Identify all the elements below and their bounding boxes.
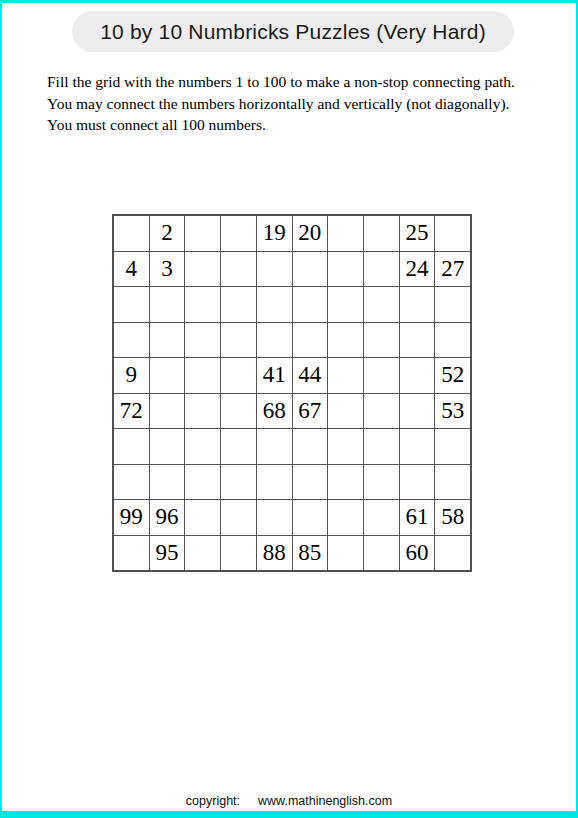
grid-cell-r7c9[interactable] (400, 429, 435, 464)
grid-cell-r8c2[interactable] (150, 465, 185, 500)
grid-cell-r1c2[interactable]: 2 (150, 216, 185, 251)
grid-cell-r10c1[interactable] (114, 536, 149, 571)
footer: copyright:www.mathinenglish.com (2, 794, 576, 808)
grid-cell-r3c4[interactable] (221, 287, 256, 322)
grid-cell-r7c5[interactable] (257, 429, 292, 464)
grid-cell-r3c7[interactable] (328, 287, 363, 322)
grid-cell-r10c8[interactable] (364, 536, 399, 571)
grid-cell-r3c5[interactable] (257, 287, 292, 322)
grid-cell-r9c10[interactable]: 58 (435, 500, 470, 535)
page-title: 10 by 10 Numbricks Puzzles (Very Hard) (100, 20, 486, 44)
grid-cell-r6c5[interactable]: 68 (257, 394, 292, 429)
grid-cell-r1c7[interactable] (328, 216, 363, 251)
grid-cell-r10c9[interactable]: 60 (400, 536, 435, 571)
grid-cell-r9c1[interactable]: 99 (114, 500, 149, 535)
worksheet-page: 10 by 10 Numbricks Puzzles (Very Hard) F… (0, 0, 578, 818)
grid-cell-r4c8[interactable] (364, 323, 399, 358)
grid-cell-r5c6[interactable]: 44 (293, 358, 328, 393)
puzzle-grid: 2192025432427941445272686753999661589588… (112, 214, 472, 572)
grid-cell-r4c5[interactable] (257, 323, 292, 358)
grid-cell-r6c9[interactable] (400, 394, 435, 429)
grid-cell-r9c6[interactable] (293, 500, 328, 535)
grid-cell-r2c3[interactable] (185, 252, 220, 287)
grid-cell-r4c7[interactable] (328, 323, 363, 358)
instruction-line-1: Fill the grid with the numbers 1 to 100 … (47, 71, 515, 93)
grid-cell-r5c7[interactable] (328, 358, 363, 393)
grid-cell-r8c8[interactable] (364, 465, 399, 500)
grid-cell-r6c6[interactable]: 67 (293, 394, 328, 429)
grid-cell-r4c1[interactable] (114, 323, 149, 358)
grid-cell-r9c3[interactable] (185, 500, 220, 535)
grid-cell-r9c2[interactable]: 96 (150, 500, 185, 535)
grid-cell-r8c6[interactable] (293, 465, 328, 500)
grid-cell-r4c4[interactable] (221, 323, 256, 358)
grid-cell-r5c3[interactable] (185, 358, 220, 393)
grid-cell-r2c4[interactable] (221, 252, 256, 287)
grid-cell-r1c10[interactable] (435, 216, 470, 251)
grid-cell-r1c3[interactable] (185, 216, 220, 251)
site-link: www.mathinenglish.com (258, 794, 392, 808)
grid-cell-r6c3[interactable] (185, 394, 220, 429)
grid-cell-r10c7[interactable] (328, 536, 363, 571)
grid-cell-r3c6[interactable] (293, 287, 328, 322)
grid-cell-r9c4[interactable] (221, 500, 256, 535)
grid-cell-r3c9[interactable] (400, 287, 435, 322)
grid-cell-r10c4[interactable] (221, 536, 256, 571)
grid-cell-r8c10[interactable] (435, 465, 470, 500)
grid-cell-r9c5[interactable] (257, 500, 292, 535)
grid-cell-r8c4[interactable] (221, 465, 256, 500)
title-box: 10 by 10 Numbricks Puzzles (Very Hard) (72, 11, 514, 52)
grid-cell-r1c4[interactable] (221, 216, 256, 251)
grid-cell-r1c1[interactable] (114, 216, 149, 251)
grid-cell-r5c10[interactable]: 52 (435, 358, 470, 393)
grid-cell-r3c10[interactable] (435, 287, 470, 322)
grid-cell-r7c2[interactable] (150, 429, 185, 464)
grid-cell-r7c4[interactable] (221, 429, 256, 464)
grid-cell-r5c9[interactable] (400, 358, 435, 393)
grid-cell-r4c9[interactable] (400, 323, 435, 358)
grid-cell-r6c2[interactable] (150, 394, 185, 429)
grid-cell-r10c5[interactable]: 88 (257, 536, 292, 571)
grid-cell-r6c1[interactable]: 72 (114, 394, 149, 429)
grid-cell-r3c8[interactable] (364, 287, 399, 322)
grid-cell-r2c10[interactable]: 27 (435, 252, 470, 287)
instructions: Fill the grid with the numbers 1 to 100 … (47, 71, 515, 136)
grid-cell-r9c7[interactable] (328, 500, 363, 535)
grid-cell-r6c4[interactable] (221, 394, 256, 429)
grid-cell-r8c1[interactable] (114, 465, 149, 500)
grid-cell-r7c8[interactable] (364, 429, 399, 464)
grid-cell-r9c8[interactable] (364, 500, 399, 535)
grid-cell-r5c4[interactable] (221, 358, 256, 393)
copyright-label: copyright: (186, 794, 240, 808)
grid-cell-r6c10[interactable]: 53 (435, 394, 470, 429)
grid-cell-r4c10[interactable] (435, 323, 470, 358)
grid-cell-r5c2[interactable] (150, 358, 185, 393)
grid-cell-r10c2[interactable]: 95 (150, 536, 185, 571)
grid-cell-r5c5[interactable]: 41 (257, 358, 292, 393)
grid-cell-r2c5[interactable] (257, 252, 292, 287)
grid-cell-r7c7[interactable] (328, 429, 363, 464)
grid-cell-r4c3[interactable] (185, 323, 220, 358)
grid-cell-r4c6[interactable] (293, 323, 328, 358)
grid-cell-r7c6[interactable] (293, 429, 328, 464)
grid-cell-r7c1[interactable] (114, 429, 149, 464)
grid-cell-r8c5[interactable] (257, 465, 292, 500)
grid-cell-r10c6[interactable]: 85 (293, 536, 328, 571)
grid-cell-r2c7[interactable] (328, 252, 363, 287)
instruction-line-2: You may connect the numbers horizontally… (47, 93, 515, 115)
grid-cell-r6c8[interactable] (364, 394, 399, 429)
grid-cell-r8c3[interactable] (185, 465, 220, 500)
grid-cell-r8c9[interactable] (400, 465, 435, 500)
grid-cell-r7c10[interactable] (435, 429, 470, 464)
grid-cell-r10c10[interactable] (435, 536, 470, 571)
grid-cell-r2c2[interactable]: 3 (150, 252, 185, 287)
grid-cell-r1c6[interactable]: 20 (293, 216, 328, 251)
grid-cell-r8c7[interactable] (328, 465, 363, 500)
grid-cell-r2c9[interactable]: 24 (400, 252, 435, 287)
grid-cell-r5c8[interactable] (364, 358, 399, 393)
grid-cell-r2c6[interactable] (293, 252, 328, 287)
instruction-line-3: You must connect all 100 numbers. (47, 114, 515, 136)
grid-cell-r3c2[interactable] (150, 287, 185, 322)
grid-cell-r6c7[interactable] (328, 394, 363, 429)
grid-cell-r5c1[interactable]: 9 (114, 358, 149, 393)
grid-cell-r3c3[interactable] (185, 287, 220, 322)
grid-cell-r3c1[interactable] (114, 287, 149, 322)
grid-cell-r7c3[interactable] (185, 429, 220, 464)
grid-cell-r1c9[interactable]: 25 (400, 216, 435, 251)
grid-cell-r1c5[interactable]: 19 (257, 216, 292, 251)
grid-cell-r10c3[interactable] (185, 536, 220, 571)
grid-cell-r1c8[interactable] (364, 216, 399, 251)
grid-cell-r2c1[interactable]: 4 (114, 252, 149, 287)
grid-cell-r9c9[interactable]: 61 (400, 500, 435, 535)
grid-cell-r4c2[interactable] (150, 323, 185, 358)
grid-cell-r2c8[interactable] (364, 252, 399, 287)
